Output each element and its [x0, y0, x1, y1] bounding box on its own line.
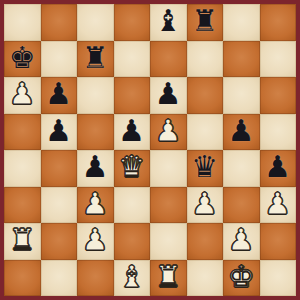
- square-e3[interactable]: [150, 187, 187, 224]
- black-pawn-b5[interactable]: ♟: [45, 116, 72, 146]
- square-c2[interactable]: ♟: [77, 223, 114, 260]
- square-a7[interactable]: ♚: [4, 41, 41, 78]
- square-g2[interactable]: ♟: [223, 223, 260, 260]
- white-pawn-e5[interactable]: ♟: [155, 116, 182, 146]
- square-e7[interactable]: [150, 41, 187, 78]
- square-a6[interactable]: ♟: [4, 77, 41, 114]
- square-c8[interactable]: [77, 4, 114, 41]
- square-c3[interactable]: ♟: [77, 187, 114, 224]
- white-pawn-g2[interactable]: ♟: [228, 225, 255, 255]
- square-d5[interactable]: ♟: [114, 114, 151, 151]
- black-pawn-g5[interactable]: ♟: [228, 116, 255, 146]
- square-h4[interactable]: ♟: [260, 150, 297, 187]
- square-e5[interactable]: ♟: [150, 114, 187, 151]
- black-pawn-d5[interactable]: ♟: [118, 116, 145, 146]
- white-queen-d4[interactable]: ♛: [118, 152, 145, 182]
- square-c1[interactable]: [77, 260, 114, 297]
- square-g7[interactable]: [223, 41, 260, 78]
- square-e4[interactable]: [150, 150, 187, 187]
- black-rook-c7[interactable]: ♜: [82, 43, 109, 73]
- square-a1[interactable]: [4, 260, 41, 297]
- square-g3[interactable]: [223, 187, 260, 224]
- white-king-g1[interactable]: ♚: [228, 262, 255, 292]
- black-bishop-e8[interactable]: ♝: [155, 6, 182, 36]
- white-rook-a2[interactable]: ♜: [9, 225, 36, 255]
- black-pawn-e6[interactable]: ♟: [155, 79, 182, 109]
- white-pawn-c2[interactable]: ♟: [82, 225, 109, 255]
- square-e2[interactable]: [150, 223, 187, 260]
- black-pawn-c4[interactable]: ♟: [82, 152, 109, 182]
- square-e1[interactable]: ♜: [150, 260, 187, 297]
- square-f1[interactable]: [187, 260, 224, 297]
- white-pawn-f3[interactable]: ♟: [191, 189, 218, 219]
- square-e6[interactable]: ♟: [150, 77, 187, 114]
- square-h2[interactable]: [260, 223, 297, 260]
- square-b6[interactable]: ♟: [41, 77, 78, 114]
- square-f2[interactable]: [187, 223, 224, 260]
- white-pawn-c3[interactable]: ♟: [82, 189, 109, 219]
- square-b3[interactable]: [41, 187, 78, 224]
- black-pawn-b6[interactable]: ♟: [45, 79, 72, 109]
- square-a2[interactable]: ♜: [4, 223, 41, 260]
- square-h3[interactable]: ♟: [260, 187, 297, 224]
- white-rook-e1[interactable]: ♜: [155, 262, 182, 292]
- square-g1[interactable]: ♚: [223, 260, 260, 297]
- square-b4[interactable]: [41, 150, 78, 187]
- black-rook-f8[interactable]: ♜: [191, 6, 218, 36]
- square-f6[interactable]: [187, 77, 224, 114]
- square-f7[interactable]: [187, 41, 224, 78]
- square-g6[interactable]: [223, 77, 260, 114]
- square-c6[interactable]: [77, 77, 114, 114]
- square-h6[interactable]: [260, 77, 297, 114]
- square-a8[interactable]: [4, 4, 41, 41]
- square-b1[interactable]: [41, 260, 78, 297]
- square-a4[interactable]: [4, 150, 41, 187]
- square-h5[interactable]: [260, 114, 297, 151]
- white-pawn-a6[interactable]: ♟: [9, 79, 36, 109]
- square-c7[interactable]: ♜: [77, 41, 114, 78]
- square-b5[interactable]: ♟: [41, 114, 78, 151]
- square-c4[interactable]: ♟: [77, 150, 114, 187]
- square-d2[interactable]: [114, 223, 151, 260]
- square-e8[interactable]: ♝: [150, 4, 187, 41]
- black-queen-f4[interactable]: ♛: [191, 152, 218, 182]
- square-h8[interactable]: [260, 4, 297, 41]
- square-d8[interactable]: [114, 4, 151, 41]
- square-f4[interactable]: ♛: [187, 150, 224, 187]
- chess-board: ♝♜♚♜♟♟♟♟♟♟♟♟♛♛♟♟♟♟♜♟♟♝♜♚: [0, 0, 300, 300]
- square-b2[interactable]: [41, 223, 78, 260]
- square-c5[interactable]: [77, 114, 114, 151]
- black-pawn-h4[interactable]: ♟: [264, 152, 291, 182]
- square-g4[interactable]: [223, 150, 260, 187]
- square-d6[interactable]: [114, 77, 151, 114]
- square-b8[interactable]: [41, 4, 78, 41]
- square-b7[interactable]: [41, 41, 78, 78]
- square-d1[interactable]: ♝: [114, 260, 151, 297]
- white-pawn-h3[interactable]: ♟: [264, 189, 291, 219]
- square-d3[interactable]: [114, 187, 151, 224]
- black-king-a7[interactable]: ♚: [9, 43, 36, 73]
- square-f5[interactable]: [187, 114, 224, 151]
- square-d4[interactable]: ♛: [114, 150, 151, 187]
- square-h1[interactable]: [260, 260, 297, 297]
- square-d7[interactable]: [114, 41, 151, 78]
- square-g5[interactable]: ♟: [223, 114, 260, 151]
- square-a5[interactable]: [4, 114, 41, 151]
- square-a3[interactable]: [4, 187, 41, 224]
- square-f3[interactable]: ♟: [187, 187, 224, 224]
- square-h7[interactable]: [260, 41, 297, 78]
- square-g8[interactable]: [223, 4, 260, 41]
- white-bishop-d1[interactable]: ♝: [118, 262, 145, 292]
- square-f8[interactable]: ♜: [187, 4, 224, 41]
